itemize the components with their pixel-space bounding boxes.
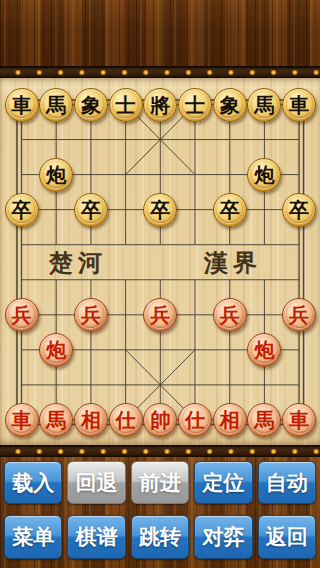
controls-row-2: 菜单棋谱跳转对弈返回	[4, 515, 316, 559]
piece-red-elephant[interactable]: 相	[213, 403, 247, 437]
button-jump[interactable]: 跳转	[131, 515, 189, 559]
piece-glyph: 車	[8, 91, 35, 118]
button-load[interactable]: 载入	[4, 461, 62, 504]
piece-glyph: 車	[286, 91, 313, 118]
button-undo[interactable]: 回退	[67, 461, 125, 504]
piece-black-horse[interactable]: 馬	[39, 88, 73, 122]
piece-red-horse[interactable]: 馬	[39, 403, 73, 437]
piece-glyph: 卒	[286, 196, 313, 223]
piece-glyph: 相	[77, 406, 104, 433]
piece-glyph: 卒	[77, 196, 104, 223]
piece-glyph: 炮	[251, 161, 278, 188]
piece-black-soldier[interactable]: 卒	[143, 193, 177, 227]
piece-red-elephant[interactable]: 相	[74, 403, 108, 437]
piece-black-elephant[interactable]: 象	[74, 88, 108, 122]
piece-black-advisor[interactable]: 士	[109, 88, 143, 122]
piece-black-soldier[interactable]: 卒	[5, 193, 39, 227]
piece-black-advisor[interactable]: 士	[178, 88, 212, 122]
piece-black-cannon[interactable]: 炮	[247, 158, 281, 192]
button-locate[interactable]: 定位	[194, 461, 252, 504]
piece-red-cannon[interactable]: 炮	[39, 333, 73, 367]
piece-glyph: 炮	[43, 161, 70, 188]
piece-glyph: 馬	[251, 406, 278, 433]
piece-black-soldier[interactable]: 卒	[213, 193, 247, 227]
piece-glyph: 帥	[147, 406, 174, 433]
piece-red-cannon[interactable]: 炮	[247, 333, 281, 367]
piece-black-elephant[interactable]: 象	[213, 88, 247, 122]
piece-glyph: 卒	[147, 196, 174, 223]
piece-black-soldier[interactable]: 卒	[282, 193, 316, 227]
button-play[interactable]: 对弈	[194, 515, 252, 559]
controls-row-1: 载入回退前进定位自动	[4, 461, 316, 504]
piece-red-advisor[interactable]: 仕	[178, 403, 212, 437]
piece-black-horse[interactable]: 馬	[247, 88, 281, 122]
piece-glyph: 象	[216, 91, 243, 118]
piece-black-soldier[interactable]: 卒	[74, 193, 108, 227]
piece-red-soldier[interactable]: 兵	[74, 298, 108, 332]
piece-glyph: 炮	[43, 336, 70, 363]
piece-glyph: 士	[182, 91, 209, 118]
piece-black-cannon[interactable]: 炮	[39, 158, 73, 192]
piece-glyph: 卒	[8, 196, 35, 223]
piece-glyph: 相	[216, 406, 243, 433]
button-back[interactable]: 返回	[258, 515, 316, 559]
piece-glyph: 車	[286, 406, 313, 433]
piece-red-chariot[interactable]: 車	[282, 403, 316, 437]
piece-glyph: 馬	[43, 91, 70, 118]
button-menu[interactable]: 菜单	[4, 515, 62, 559]
piece-red-soldier[interactable]: 兵	[143, 298, 177, 332]
piece-black-chariot[interactable]: 車	[5, 88, 39, 122]
piece-glyph: 仕	[182, 406, 209, 433]
piece-red-advisor[interactable]: 仕	[109, 403, 143, 437]
piece-glyph: 兵	[8, 301, 35, 328]
piece-glyph: 仕	[112, 406, 139, 433]
piece-red-horse[interactable]: 馬	[247, 403, 281, 437]
piece-red-chariot[interactable]: 車	[5, 403, 39, 437]
piece-glyph: 象	[77, 91, 104, 118]
piece-glyph: 兵	[286, 301, 313, 328]
piece-glyph: 炮	[251, 336, 278, 363]
piece-glyph: 兵	[77, 301, 104, 328]
piece-red-soldier[interactable]: 兵	[213, 298, 247, 332]
piece-red-soldier[interactable]: 兵	[5, 298, 39, 332]
piece-glyph: 士	[112, 91, 139, 118]
piece-red-soldier[interactable]: 兵	[282, 298, 316, 332]
piece-red-general[interactable]: 帥	[143, 403, 177, 437]
piece-glyph: 車	[8, 406, 35, 433]
piece-glyph: 馬	[43, 406, 70, 433]
piece-glyph: 兵	[147, 301, 174, 328]
piece-glyph: 馬	[251, 91, 278, 118]
piece-glyph: 兵	[216, 301, 243, 328]
button-auto[interactable]: 自动	[258, 461, 316, 504]
xiangqi-app: 楚河 漢界 車馬象士將士象馬車炮炮卒卒卒卒卒兵兵兵兵兵炮炮車馬相仕帥仕相馬車 载…	[0, 0, 320, 568]
button-forward[interactable]: 前进	[131, 461, 189, 504]
button-record[interactable]: 棋谱	[67, 515, 125, 559]
piece-glyph: 將	[147, 91, 174, 118]
piece-black-chariot[interactable]: 車	[282, 88, 316, 122]
piece-black-general[interactable]: 將	[143, 88, 177, 122]
piece-glyph: 卒	[216, 196, 243, 223]
rivet-strip-bottom	[0, 445, 320, 457]
